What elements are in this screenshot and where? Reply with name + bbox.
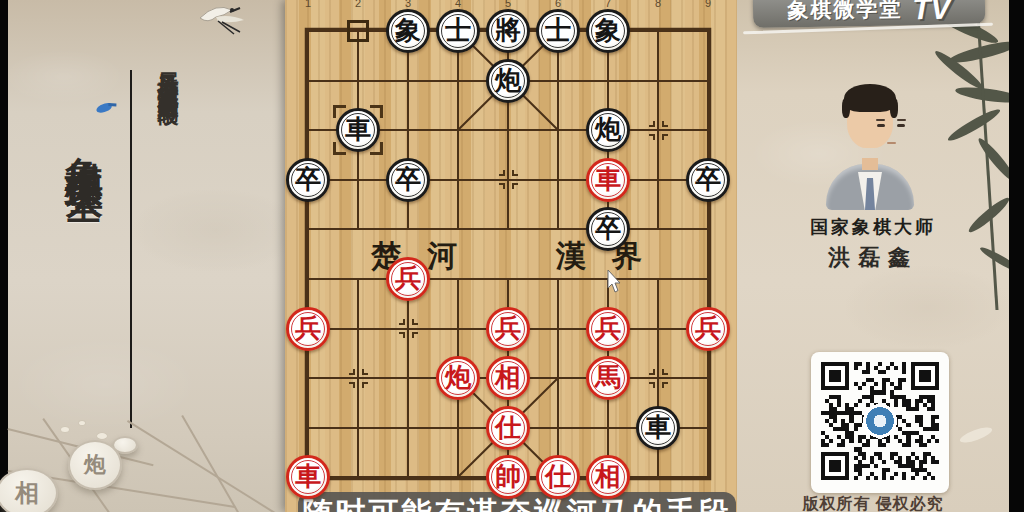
piece-black[interactable]: 車 xyxy=(636,406,680,450)
letterbox-right xyxy=(1009,0,1024,512)
video-frame: 象棋棋理大全 屏风马打击五六炮巡河马的最有利手段 炮 相 楚河 漢界 xyxy=(0,0,1024,512)
piece-black[interactable]: 將 xyxy=(486,9,530,53)
file-number: 7 xyxy=(602,0,614,9)
qr-code xyxy=(811,352,949,493)
mouse-cursor xyxy=(607,270,623,294)
piece-red[interactable]: 車 xyxy=(586,158,630,202)
tv-logo: TV xyxy=(912,0,951,22)
master-title: 国家象棋大师 xyxy=(737,215,1009,239)
right-panel: 象棋微学堂 TV 国家象棋大师 洪磊鑫 版权所有 侵权必究 xyxy=(737,0,1009,512)
piece-red[interactable]: 兵 xyxy=(386,257,430,301)
piece-black[interactable]: 卒 xyxy=(386,158,430,202)
sketch-pebble xyxy=(96,432,108,440)
piece-black[interactable]: 卒 xyxy=(286,158,330,202)
point-mark xyxy=(649,369,668,388)
file-number: 5 xyxy=(502,0,514,9)
point-mark xyxy=(649,121,668,140)
point-mark xyxy=(399,319,418,338)
series-title: 象棋棋理大全 xyxy=(58,126,109,402)
divider xyxy=(130,70,132,428)
point-mark xyxy=(349,369,368,388)
piece-black[interactable]: 車 xyxy=(336,108,380,152)
file-number: 9 xyxy=(702,0,714,9)
piece-red[interactable]: 兵 xyxy=(486,307,530,351)
portrait-hair xyxy=(844,84,896,112)
caption-text: 随时可能有谋夺巡河马的手段 xyxy=(303,497,732,512)
texture xyxy=(8,0,285,512)
xiangqi-board[interactable]: 楚河 漢界 随时可能有谋夺巡河马的手段 123456789象士將士象炮車炮卒卒車… xyxy=(285,0,737,512)
piece-red[interactable]: 馬 xyxy=(586,356,630,400)
file-number: 8 xyxy=(652,0,664,9)
piece-black[interactable]: 士 xyxy=(436,9,480,53)
piece-black[interactable]: 卒 xyxy=(686,158,730,202)
file-number: 3 xyxy=(402,0,414,9)
piece-black[interactable]: 象 xyxy=(386,9,430,53)
left-panel: 象棋棋理大全 屏风马打击五六炮巡河马的最有利手段 炮 相 xyxy=(8,0,285,512)
piece-red[interactable]: 兵 xyxy=(686,307,730,351)
master-name: 洪磊鑫 xyxy=(737,243,1009,273)
piece-black[interactable]: 象 xyxy=(586,9,630,53)
sketch-pebble xyxy=(78,420,86,426)
sketch-piece-cannon: 炮 xyxy=(68,440,122,490)
point-mark xyxy=(499,170,518,189)
file-number: 6 xyxy=(552,0,564,9)
copyright-notice: 版权所有 侵权必究 xyxy=(737,494,1009,512)
piece-red[interactable]: 仕 xyxy=(486,406,530,450)
episode-subtitle: 屏风马打击五六炮巡河马的最有利手段 xyxy=(154,56,182,452)
piece-black[interactable]: 炮 xyxy=(486,59,530,103)
last-move-origin-marker xyxy=(347,20,369,42)
piece-black[interactable]: 士 xyxy=(536,9,580,53)
file-number: 1 xyxy=(302,0,314,9)
crane-icon xyxy=(186,0,258,42)
piece-black[interactable]: 炮 xyxy=(586,108,630,152)
file-number: 2 xyxy=(352,0,364,9)
portrait-neck xyxy=(862,158,878,170)
piece-red[interactable]: 兵 xyxy=(286,307,330,351)
piece-red[interactable]: 炮 xyxy=(436,356,480,400)
piece-red[interactable]: 兵 xyxy=(586,307,630,351)
piece-red[interactable]: 相 xyxy=(486,356,530,400)
letterbox-left xyxy=(0,0,8,512)
channel-name: 象棋微学堂 xyxy=(787,0,902,24)
file-number: 4 xyxy=(452,0,464,9)
sketch-pebble xyxy=(60,426,70,433)
master-portrait xyxy=(826,84,914,210)
